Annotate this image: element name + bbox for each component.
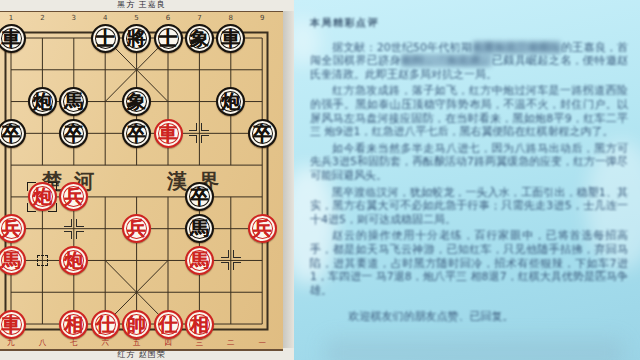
- censored-text: 前列，「东北虎」: [401, 54, 492, 67]
- piece-black-cannon[interactable]: 炮: [28, 87, 57, 116]
- file-number-top: 9: [256, 14, 268, 22]
- file-number-bottom: 四: [162, 338, 174, 348]
- watermark-blob: [324, 338, 624, 360]
- file-number-bottom: 七: [68, 338, 80, 348]
- commentary-paragraph: 黑卒渡临汉河，犹如蛟龙，一头入水，工面引出，稳塑1、其实，黑方右翼大可不必如此急…: [310, 186, 628, 227]
- file-number-top: 4: [99, 14, 111, 22]
- piece-black-soldier[interactable]: 卒: [248, 119, 277, 148]
- piece-black-advisor[interactable]: 士: [154, 24, 183, 53]
- piece-black-general[interactable]: 將: [122, 24, 151, 53]
- commentary-paragraph: 据文献：20世纪50年代初期名震东北三省棋坛的王嘉良，首闯全国棋界已跻身前列，「…: [310, 41, 628, 82]
- file-number-bottom: 一: [256, 338, 268, 348]
- paragraph-text: 如今看来当然多半走马八进七，因为八路马出动后，黑方可先兵3进5和固防套，再酝酿活…: [310, 142, 628, 182]
- file-number-bottom: 九: [5, 338, 17, 348]
- commentary-paragraph: 赵云的操作使用十分老练，百行家眼中，已将首选每招高手，都是如天马飞云神游，已知红…: [310, 229, 628, 297]
- file-number-top: 6: [162, 14, 174, 22]
- file-number-top: 3: [68, 14, 80, 22]
- commentary-text: 本局精彩点评 据文献：20世纪50年代初期名震东北三省棋坛的王嘉良，首闯全国棋界…: [310, 16, 628, 327]
- commentary-body: 据文献：20世纪50年代初期名震东北三省棋坛的王嘉良，首闯全国棋界已跻身前列，「…: [310, 41, 628, 298]
- censored-text: 名震东北三省棋坛: [472, 41, 561, 54]
- piece-black-soldier[interactable]: 卒: [59, 119, 88, 148]
- piece-black-horse[interactable]: 馬: [185, 214, 214, 243]
- piece-black-chariot[interactable]: 車: [216, 24, 245, 53]
- piece-red-advisor[interactable]: 仕: [154, 310, 183, 339]
- commentary-title: 本局精彩点评: [310, 16, 628, 30]
- piece-red-advisor[interactable]: 仕: [91, 310, 120, 339]
- file-number-top: 8: [225, 14, 237, 22]
- piece-red-soldier[interactable]: 兵: [248, 214, 277, 243]
- file-number-top: 7: [193, 14, 205, 22]
- commentary-paragraph: 红方急攻成路，落子如飞，红方中炮过河车是一路拐道西险的强手。黑如泰山压顶稳守阵势…: [310, 84, 628, 138]
- file-number-top: 1: [5, 14, 17, 22]
- piece-black-advisor[interactable]: 士: [91, 24, 120, 53]
- commentary-panel: 本局精彩点评 据文献：20世纪50年代初期名震东北三省棋坛的王嘉良，首闯全国棋界…: [294, 0, 640, 360]
- file-number-top: 2: [36, 14, 48, 22]
- commentary-closing: 欢迎棋友们的朋友点赞、已回复。: [310, 310, 628, 324]
- piece-red-chariot[interactable]: 車: [0, 310, 26, 339]
- paragraph-text: 据文献：20世纪50年代初期: [332, 41, 472, 54]
- piece-black-soldier[interactable]: 卒: [122, 119, 151, 148]
- black-player-label: 黑方 王嘉良: [0, 0, 283, 10]
- file-number-bottom: 八: [36, 338, 48, 348]
- red-player-label: 红方 赵国荣: [0, 349, 283, 360]
- piece-red-soldier[interactable]: 兵: [0, 214, 26, 243]
- piece-red-horse[interactable]: 馬: [185, 246, 214, 275]
- piece-black-elephant[interactable]: 象: [122, 87, 151, 116]
- file-number-bottom: 三: [193, 338, 205, 348]
- piece-red-elephant[interactable]: 相: [59, 310, 88, 339]
- xiangqi-board[interactable]: 楚河 漢界 123456789 九八七六五四三二一 車士將士象車炮馬象炮卒卒卒車…: [0, 11, 283, 351]
- piece-black-soldier[interactable]: 卒: [0, 119, 26, 148]
- paragraph-text: 红方急攻成路，落子如飞，红方中炮过河车是一路拐道西险的强手。黑如泰山压顶稳守阵势…: [310, 84, 628, 138]
- file-number-top: 5: [131, 14, 143, 22]
- board-panel: 黑方 王嘉良 楚河 漢界 123456789 九八七六五四三二一 車士將士象車炮…: [0, 0, 294, 360]
- piece-red-horse[interactable]: 馬: [0, 246, 26, 275]
- board-edge-strip: [283, 11, 294, 348]
- file-number-bottom: 二: [225, 338, 237, 348]
- video-frame: 黑方 王嘉良 楚河 漢界 123456789 九八七六五四三二一 車士將士象車炮…: [0, 0, 640, 360]
- piece-black-elephant[interactable]: 象: [185, 24, 214, 53]
- piece-red-general[interactable]: 帥: [122, 310, 151, 339]
- paragraph-text: 黑卒渡临汉河，犹如蛟龙，一头入水，工面引出，稳塑1、其实，黑方右翼大可不必如此急…: [310, 186, 628, 226]
- commentary-paragraph: 如今看来当然多半走马八进七，因为八路马出动后，黑方可先兵3进5和固防套，再酝酿活…: [310, 142, 628, 183]
- paragraph-text: 赵云的操作使用十分老练，百行家眼中，已将首选每招高手，都是如天马飞云神游，已知红…: [310, 229, 628, 296]
- piece-red-chariot[interactable]: 車: [154, 119, 183, 148]
- piece-red-elephant[interactable]: 相: [185, 310, 214, 339]
- piece-black-chariot[interactable]: 車: [0, 24, 26, 53]
- file-number-bottom: 六: [99, 338, 111, 348]
- file-number-bottom: 五: [131, 338, 143, 348]
